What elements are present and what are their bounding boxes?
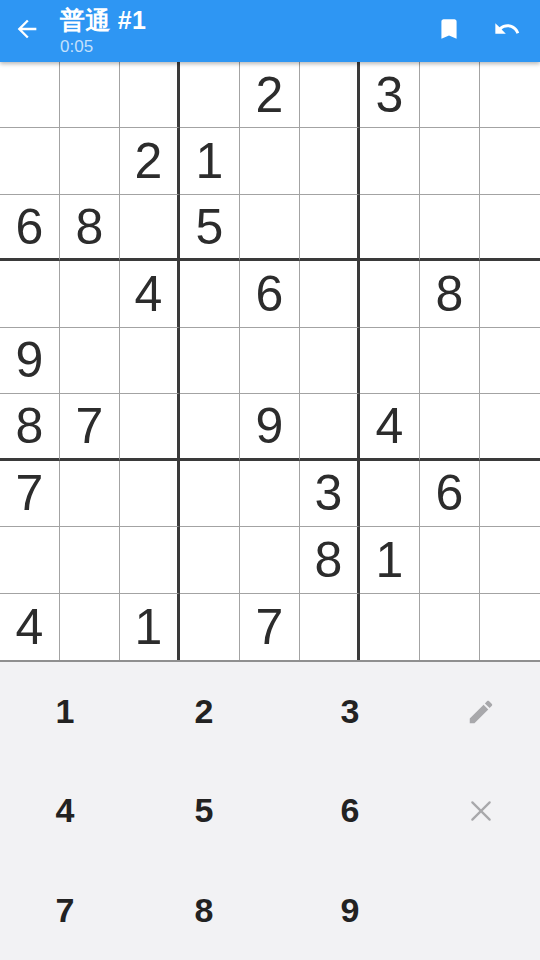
cell-r6c4[interactable] (180, 394, 240, 460)
cell-r3c1[interactable]: 6 (0, 195, 60, 261)
cell-r8c5[interactable] (240, 527, 300, 593)
cell-r5c4[interactable] (180, 328, 240, 394)
timer: 0:05 (60, 38, 146, 55)
cell-r7c4[interactable] (180, 461, 240, 527)
cell-r9c8[interactable] (420, 594, 480, 660)
cell-r6c3[interactable] (120, 394, 180, 460)
page-title: 普通 #1 (60, 7, 146, 35)
cell-r5c2[interactable] (60, 328, 120, 394)
cell-r9c6[interactable] (300, 594, 360, 660)
cell-r6c9[interactable] (480, 394, 540, 460)
cell-r7c5[interactable] (240, 461, 300, 527)
cell-r5c6[interactable] (300, 328, 360, 394)
cell-r9c7[interactable] (360, 594, 420, 660)
number-pad: 123456789 (0, 662, 540, 960)
cell-r1c2[interactable] (60, 62, 120, 128)
cell-r4c9[interactable] (480, 261, 540, 327)
cell-r3c3[interactable] (120, 195, 180, 261)
cell-r6c2[interactable]: 7 (60, 394, 120, 460)
cell-r9c9[interactable] (480, 594, 540, 660)
key-8[interactable]: 8 (169, 875, 239, 945)
cell-r4c2[interactable] (60, 261, 120, 327)
cell-r8c2[interactable] (60, 527, 120, 593)
cell-r8c9[interactable] (480, 527, 540, 593)
cell-r4c5[interactable]: 6 (240, 261, 300, 327)
cell-r4c8[interactable]: 8 (420, 261, 480, 327)
back-arrow-icon (13, 15, 41, 47)
undo-button[interactable] (478, 0, 536, 62)
cell-r4c1[interactable] (0, 261, 60, 327)
cell-r1c1[interactable] (0, 62, 60, 128)
cell-r9c5[interactable]: 7 (240, 594, 300, 660)
erase-button[interactable] (446, 776, 516, 846)
cell-r2c3[interactable]: 2 (120, 128, 180, 194)
key-9[interactable]: 9 (315, 875, 385, 945)
cell-r8c3[interactable] (120, 527, 180, 593)
cell-r2c2[interactable] (60, 128, 120, 194)
cell-r3c9[interactable] (480, 195, 540, 261)
key-2[interactable]: 2 (169, 677, 239, 747)
app-bar: 普通 #1 0:05 (0, 0, 540, 62)
back-button[interactable] (0, 0, 54, 62)
cell-r2c6[interactable] (300, 128, 360, 194)
cell-r4c7[interactable] (360, 261, 420, 327)
cell-r3c8[interactable] (420, 195, 480, 261)
pencil-icon (466, 697, 496, 727)
cell-r5c5[interactable] (240, 328, 300, 394)
cell-r6c5[interactable]: 9 (240, 394, 300, 460)
cell-r7c8[interactable]: 6 (420, 461, 480, 527)
sudoku-app: 普通 #1 0:05 23216854689879473681417 12345… (0, 0, 540, 960)
cell-r1c8[interactable] (420, 62, 480, 128)
cell-r2c5[interactable] (240, 128, 300, 194)
cell-r8c7[interactable]: 1 (360, 527, 420, 593)
cell-r1c3[interactable] (120, 62, 180, 128)
key-7[interactable]: 7 (30, 875, 100, 945)
cell-r2c1[interactable] (0, 128, 60, 194)
cell-r7c9[interactable] (480, 461, 540, 527)
cell-r5c8[interactable] (420, 328, 480, 394)
cell-r9c3[interactable]: 1 (120, 594, 180, 660)
cell-r6c6[interactable] (300, 394, 360, 460)
cell-r3c5[interactable] (240, 195, 300, 261)
cell-r8c4[interactable] (180, 527, 240, 593)
cell-r7c3[interactable] (120, 461, 180, 527)
cell-r5c7[interactable] (360, 328, 420, 394)
cell-r2c8[interactable] (420, 128, 480, 194)
key-4[interactable]: 4 (30, 776, 100, 846)
cell-r4c4[interactable] (180, 261, 240, 327)
cell-r4c3[interactable]: 4 (120, 261, 180, 327)
cell-r5c1[interactable]: 9 (0, 328, 60, 394)
cell-r1c4[interactable] (180, 62, 240, 128)
bookmark-button[interactable] (420, 0, 478, 62)
cell-r9c4[interactable] (180, 594, 240, 660)
key-5[interactable]: 5 (169, 776, 239, 846)
key-1[interactable]: 1 (30, 677, 100, 747)
cell-r7c2[interactable] (60, 461, 120, 527)
title-block: 普通 #1 0:05 (60, 7, 146, 55)
cell-r3c7[interactable] (360, 195, 420, 261)
empty-key (446, 875, 516, 945)
cell-r8c8[interactable] (420, 527, 480, 593)
bookmark-icon (436, 16, 462, 46)
cell-r9c1[interactable]: 4 (0, 594, 60, 660)
cell-r2c7[interactable] (360, 128, 420, 194)
key-3[interactable]: 3 (315, 677, 385, 747)
undo-icon (493, 15, 521, 47)
cell-r8c1[interactable] (0, 527, 60, 593)
cell-r6c7[interactable]: 4 (360, 394, 420, 460)
cell-r7c7[interactable] (360, 461, 420, 527)
cell-r4c6[interactable] (300, 261, 360, 327)
cell-r1c9[interactable] (480, 62, 540, 128)
cell-r1c7[interactable]: 3 (360, 62, 420, 128)
cell-r6c1[interactable]: 8 (0, 394, 60, 460)
cell-r2c4[interactable]: 1 (180, 128, 240, 194)
cell-r5c9[interactable] (480, 328, 540, 394)
cell-r7c1[interactable]: 7 (0, 461, 60, 527)
cell-r2c9[interactable] (480, 128, 540, 194)
cell-r3c4[interactable]: 5 (180, 195, 240, 261)
cell-r9c2[interactable] (60, 594, 120, 660)
cell-r5c3[interactable] (120, 328, 180, 394)
key-6[interactable]: 6 (315, 776, 385, 846)
cell-r1c6[interactable] (300, 62, 360, 128)
notes-button[interactable] (446, 677, 516, 747)
cell-r3c2[interactable]: 8 (60, 195, 120, 261)
sudoku-board: 23216854689879473681417 (0, 62, 540, 662)
cell-r8c6[interactable]: 8 (300, 527, 360, 593)
cell-r3c6[interactable] (300, 195, 360, 261)
cell-r7c6[interactable]: 3 (300, 461, 360, 527)
cell-r6c8[interactable] (420, 394, 480, 460)
cell-r1c5[interactable]: 2 (240, 62, 300, 128)
close-icon (465, 795, 497, 827)
